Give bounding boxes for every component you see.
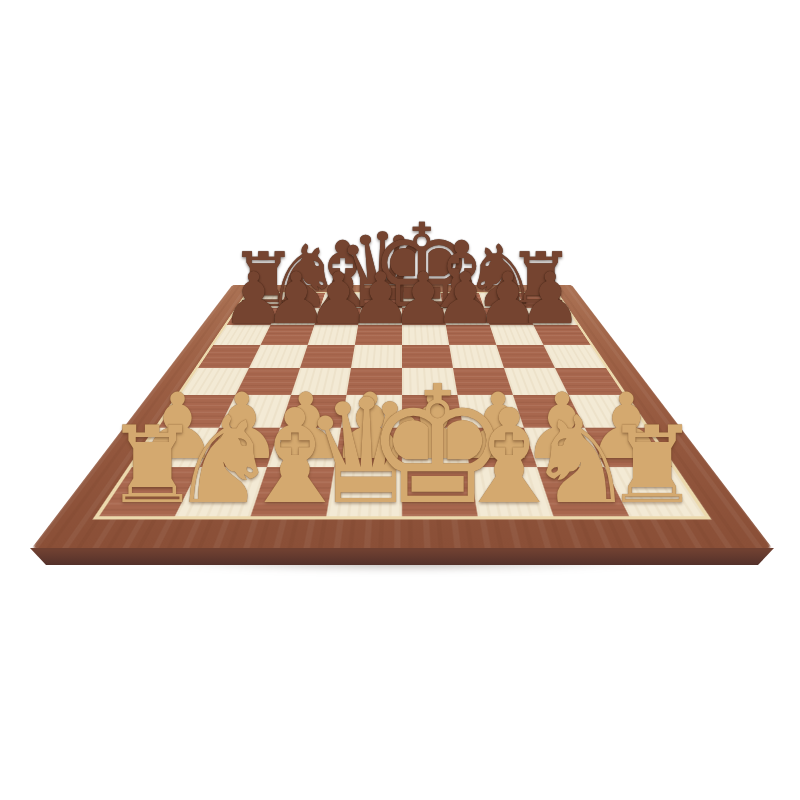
- pieces-layer: ♜♞♝♛♚♝♞♜♟♟♟♟♟♟♟♟♟♟♟♟♟♟♟♟♜♞♝♛♚♝♞♜: [0, 0, 800, 800]
- piece-white-rook[interactable]: ♜: [604, 413, 699, 519]
- piece-black-pawn[interactable]: ♟: [518, 263, 582, 334]
- chess-set-photo: Overhead-angle photo of a wooden Staunto…: [0, 0, 800, 800]
